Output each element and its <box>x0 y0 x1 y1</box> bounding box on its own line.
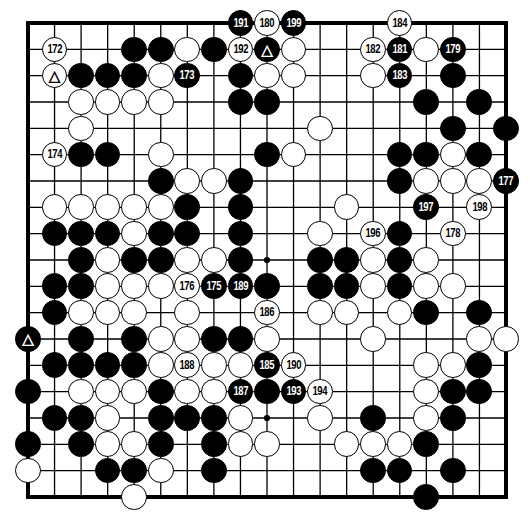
intersection-c2-r8[interactable] <box>41 194 68 220</box>
intersection-c14-r14[interactable] <box>360 352 387 378</box>
intersection-c4-r11[interactable] <box>94 273 121 299</box>
intersection-c13-r14[interactable] <box>333 352 360 378</box>
stone-black[interactable] <box>174 194 200 220</box>
intersection-c2-r2[interactable]: 172 <box>41 36 68 62</box>
intersection-c9-r15[interactable]: 187 <box>227 378 254 404</box>
stone-black[interactable] <box>228 221 254 247</box>
intersection-c3-r1[interactable] <box>68 10 95 36</box>
intersection-c1-r13[interactable]: △ <box>15 326 42 352</box>
stone-white-190[interactable]: 190 <box>281 352 307 378</box>
stone-white[interactable] <box>148 458 174 484</box>
intersection-c4-r19[interactable] <box>94 484 121 510</box>
intersection-c18-r18[interactable] <box>466 457 493 483</box>
intersection-c5-r11[interactable] <box>121 273 148 299</box>
intersection-c1-r5[interactable] <box>15 115 42 141</box>
stone-white[interactable] <box>440 352 466 378</box>
stone-black[interactable] <box>387 273 413 299</box>
intersection-c16-r7[interactable] <box>413 168 440 194</box>
stone-white[interactable] <box>360 326 386 352</box>
stone-black[interactable] <box>15 379 41 405</box>
stone-black[interactable] <box>413 300 439 326</box>
intersection-c7-r1[interactable] <box>174 10 201 36</box>
intersection-c7-r2[interactable] <box>174 36 201 62</box>
intersection-c10-r1[interactable]: 180 <box>254 10 281 36</box>
intersection-c10-r9[interactable] <box>254 220 281 246</box>
intersection-c1-r11[interactable] <box>15 273 42 299</box>
stone-white[interactable] <box>201 352 227 378</box>
intersection-c2-r18[interactable] <box>41 457 68 483</box>
intersection-c14-r7[interactable] <box>360 168 387 194</box>
stone-white[interactable] <box>493 326 519 352</box>
intersection-c19-r15[interactable] <box>493 378 520 404</box>
intersection-c5-r3[interactable] <box>121 62 148 88</box>
intersection-c2-r7[interactable] <box>41 168 68 194</box>
intersection-c19-r10[interactable] <box>493 247 520 273</box>
intersection-c12-r10[interactable] <box>307 247 334 273</box>
intersection-c1-r12[interactable] <box>15 299 42 325</box>
intersection-c18-r13[interactable] <box>466 326 493 352</box>
stone-black[interactable] <box>68 326 94 352</box>
intersection-c16-r17[interactable] <box>413 431 440 457</box>
intersection-c7-r7[interactable] <box>174 168 201 194</box>
stone-white[interactable] <box>413 247 439 273</box>
intersection-c19-r3[interactable] <box>493 62 520 88</box>
intersection-c10-r17[interactable] <box>254 431 281 457</box>
intersection-c17-r1[interactable] <box>439 10 466 36</box>
intersection-c9-r11[interactable]: 189 <box>227 273 254 299</box>
stone-black[interactable] <box>95 142 121 168</box>
stone-black-triangle[interactable]: △ <box>15 326 41 352</box>
stone-white[interactable] <box>95 194 121 220</box>
intersection-c6-r10[interactable] <box>147 247 174 273</box>
stone-black[interactable] <box>174 405 200 431</box>
intersection-c11-r9[interactable] <box>280 220 307 246</box>
stone-white[interactable] <box>307 221 333 247</box>
intersection-c14-r9[interactable]: 196 <box>360 220 387 246</box>
stone-black[interactable] <box>121 352 147 378</box>
intersection-c10-r2[interactable]: △ <box>254 36 281 62</box>
stone-white[interactable] <box>413 405 439 431</box>
intersection-c5-r5[interactable] <box>121 115 148 141</box>
intersection-c19-r12[interactable] <box>493 299 520 325</box>
intersection-c7-r11[interactable]: 176 <box>174 273 201 299</box>
intersection-c6-r9[interactable] <box>147 220 174 246</box>
stone-white[interactable] <box>413 379 439 405</box>
intersection-c1-r18[interactable] <box>15 457 42 483</box>
intersection-c13-r4[interactable] <box>333 89 360 115</box>
stone-white[interactable] <box>201 379 227 405</box>
stone-white-184[interactable]: 184 <box>387 10 413 36</box>
intersection-c3-r13[interactable] <box>68 326 95 352</box>
stone-white[interactable] <box>148 63 174 89</box>
intersection-c6-r15[interactable] <box>147 378 174 404</box>
intersection-c2-r6[interactable]: 174 <box>41 141 68 167</box>
intersection-c15-r19[interactable] <box>386 484 413 510</box>
stone-black[interactable] <box>148 247 174 273</box>
intersection-c15-r3[interactable]: 183 <box>386 62 413 88</box>
stone-white[interactable] <box>95 405 121 431</box>
stone-black[interactable] <box>121 458 147 484</box>
intersection-c6-r14[interactable] <box>147 352 174 378</box>
intersection-c2-r15[interactable] <box>41 378 68 404</box>
stone-white[interactable] <box>95 247 121 273</box>
stone-white[interactable] <box>42 194 68 220</box>
intersection-c11-r17[interactable] <box>280 431 307 457</box>
intersection-c9-r12[interactable] <box>227 299 254 325</box>
stone-black-193[interactable]: 193 <box>281 379 307 405</box>
intersection-c2-r9[interactable] <box>41 220 68 246</box>
intersection-c10-r10[interactable] <box>254 247 281 273</box>
intersection-c17-r5[interactable] <box>439 115 466 141</box>
stone-black[interactable] <box>68 63 94 89</box>
intersection-c12-r7[interactable] <box>307 168 334 194</box>
intersection-c17-r11[interactable] <box>439 273 466 299</box>
intersection-c7-r8[interactable] <box>174 194 201 220</box>
intersection-c13-r16[interactable] <box>333 405 360 431</box>
stone-black[interactable] <box>413 484 439 510</box>
intersection-c4-r14[interactable] <box>94 352 121 378</box>
intersection-c15-r1[interactable]: 184 <box>386 10 413 36</box>
stone-black[interactable] <box>228 194 254 220</box>
intersection-c12-r12[interactable] <box>307 299 334 325</box>
intersection-c12-r17[interactable] <box>307 431 334 457</box>
stone-black-183[interactable]: 183 <box>387 63 413 89</box>
intersection-c9-r13[interactable] <box>227 326 254 352</box>
intersection-c6-r18[interactable] <box>147 457 174 483</box>
intersection-c19-r9[interactable] <box>493 220 520 246</box>
intersection-c19-r17[interactable] <box>493 431 520 457</box>
intersection-c19-r1[interactable] <box>493 10 520 36</box>
stone-black[interactable] <box>201 405 227 431</box>
intersection-c4-r15[interactable] <box>94 378 121 404</box>
stone-black[interactable] <box>201 458 227 484</box>
intersection-c18-r10[interactable] <box>466 247 493 273</box>
stone-white[interactable] <box>281 63 307 89</box>
stone-white-triangle[interactable]: △ <box>42 63 68 89</box>
intersection-c15-r9[interactable] <box>386 220 413 246</box>
stone-black[interactable] <box>148 431 174 457</box>
intersection-c1-r16[interactable] <box>15 405 42 431</box>
intersection-c16-r19[interactable] <box>413 484 440 510</box>
intersection-c6-r4[interactable] <box>147 89 174 115</box>
stone-white[interactable] <box>95 273 121 299</box>
intersection-c19-r13[interactable] <box>493 326 520 352</box>
intersection-c7-r15[interactable] <box>174 378 201 404</box>
stone-white[interactable] <box>254 431 280 457</box>
stone-white[interactable] <box>201 168 227 194</box>
intersection-c11-r4[interactable] <box>280 89 307 115</box>
intersection-c4-r1[interactable] <box>94 10 121 36</box>
intersection-c8-r17[interactable] <box>201 431 228 457</box>
intersection-c12-r18[interactable] <box>307 457 334 483</box>
intersection-c2-r13[interactable] <box>41 326 68 352</box>
intersection-c9-r8[interactable] <box>227 194 254 220</box>
intersection-c4-r4[interactable] <box>94 89 121 115</box>
stone-white[interactable] <box>334 194 360 220</box>
intersection-c2-r19[interactable] <box>41 484 68 510</box>
intersection-c3-r15[interactable] <box>68 378 95 404</box>
stone-white[interactable] <box>174 37 200 63</box>
intersection-c9-r5[interactable] <box>227 115 254 141</box>
intersection-c11-r10[interactable] <box>280 247 307 273</box>
intersection-c1-r19[interactable] <box>15 484 42 510</box>
stone-white[interactable] <box>148 352 174 378</box>
stone-white[interactable] <box>174 379 200 405</box>
intersection-c18-r11[interactable] <box>466 273 493 299</box>
intersection-c15-r15[interactable] <box>386 378 413 404</box>
stone-black[interactable] <box>68 221 94 247</box>
intersection-c3-r14[interactable] <box>68 352 95 378</box>
stone-white-172[interactable]: 172 <box>42 37 68 63</box>
stone-white[interactable] <box>334 431 360 457</box>
intersection-c9-r4[interactable] <box>227 89 254 115</box>
intersection-c10-r5[interactable] <box>254 115 281 141</box>
intersection-c5-r19[interactable] <box>121 484 148 510</box>
intersection-c8-r1[interactable] <box>201 10 228 36</box>
stone-black[interactable] <box>228 168 254 194</box>
intersection-c9-r19[interactable] <box>227 484 254 510</box>
stone-white[interactable] <box>121 484 147 510</box>
intersection-c6-r13[interactable] <box>147 326 174 352</box>
stone-white[interactable] <box>254 326 280 352</box>
intersection-c19-r5[interactable] <box>493 115 520 141</box>
stone-black[interactable] <box>148 37 174 63</box>
stone-white[interactable] <box>387 431 413 457</box>
stone-black[interactable] <box>148 379 174 405</box>
intersection-c18-r1[interactable] <box>466 10 493 36</box>
stone-white[interactable] <box>281 142 307 168</box>
intersection-c13-r1[interactable] <box>333 10 360 36</box>
intersection-c14-r17[interactable] <box>360 431 387 457</box>
stone-black[interactable] <box>68 273 94 299</box>
stone-white[interactable] <box>413 37 439 63</box>
intersection-c19-r11[interactable] <box>493 273 520 299</box>
intersection-c5-r15[interactable] <box>121 378 148 404</box>
intersection-c3-r3[interactable] <box>68 62 95 88</box>
stone-white[interactable] <box>68 89 94 115</box>
intersection-c3-r10[interactable] <box>68 247 95 273</box>
intersection-c3-r4[interactable] <box>68 89 95 115</box>
intersection-c18-r6[interactable] <box>466 141 493 167</box>
intersection-c19-r16[interactable] <box>493 405 520 431</box>
intersection-c6-r8[interactable] <box>147 194 174 220</box>
stone-black[interactable] <box>42 352 68 378</box>
intersection-c15-r17[interactable] <box>386 431 413 457</box>
stone-white[interactable] <box>68 194 94 220</box>
intersection-c18-r17[interactable] <box>466 431 493 457</box>
intersection-c19-r2[interactable] <box>493 36 520 62</box>
stone-white[interactable] <box>228 405 254 431</box>
stone-white[interactable] <box>466 326 492 352</box>
intersection-c14-r2[interactable]: 182 <box>360 36 387 62</box>
intersection-c10-r18[interactable] <box>254 457 281 483</box>
intersection-c19-r7[interactable]: 177 <box>493 168 520 194</box>
stone-white[interactable] <box>387 300 413 326</box>
intersection-c14-r1[interactable] <box>360 10 387 36</box>
stone-white[interactable] <box>148 142 174 168</box>
stone-black[interactable] <box>15 431 41 457</box>
intersection-c16-r13[interactable] <box>413 326 440 352</box>
intersection-c13-r13[interactable] <box>333 326 360 352</box>
intersection-c15-r10[interactable] <box>386 247 413 273</box>
stone-black[interactable] <box>387 458 413 484</box>
stone-white-176[interactable]: 176 <box>174 273 200 299</box>
intersection-c9-r10[interactable] <box>227 247 254 273</box>
intersection-c8-r10[interactable] <box>201 247 228 273</box>
intersection-c9-r14[interactable] <box>227 352 254 378</box>
intersection-c3-r17[interactable] <box>68 431 95 457</box>
stone-white[interactable] <box>174 168 200 194</box>
intersection-c13-r2[interactable] <box>333 36 360 62</box>
intersection-c11-r14[interactable]: 190 <box>280 352 307 378</box>
intersection-c12-r5[interactable] <box>307 115 334 141</box>
intersection-c19-r4[interactable] <box>493 89 520 115</box>
intersection-c14-r6[interactable] <box>360 141 387 167</box>
intersection-c7-r6[interactable] <box>174 141 201 167</box>
intersection-c8-r5[interactable] <box>201 115 228 141</box>
intersection-c12-r6[interactable] <box>307 141 334 167</box>
intersection-c16-r11[interactable] <box>413 273 440 299</box>
stone-black[interactable] <box>68 247 94 273</box>
intersection-c5-r7[interactable] <box>121 168 148 194</box>
stone-white[interactable] <box>95 379 121 405</box>
stone-white[interactable] <box>440 168 466 194</box>
intersection-c7-r13[interactable] <box>174 326 201 352</box>
stone-white[interactable] <box>228 431 254 457</box>
stone-white[interactable] <box>174 300 200 326</box>
intersection-c11-r2[interactable] <box>280 36 307 62</box>
intersection-c19-r18[interactable] <box>493 457 520 483</box>
stone-black[interactable] <box>42 300 68 326</box>
stone-black[interactable] <box>466 142 492 168</box>
intersection-c2-r14[interactable] <box>41 352 68 378</box>
stone-black[interactable] <box>466 89 492 115</box>
intersection-c3-r9[interactable] <box>68 220 95 246</box>
stone-white-186[interactable]: 186 <box>254 300 280 326</box>
intersection-c10-r14[interactable]: 185 <box>254 352 281 378</box>
stone-black-197[interactable]: 197 <box>413 194 439 220</box>
intersection-c11-r8[interactable] <box>280 194 307 220</box>
intersection-c18-r15[interactable] <box>466 378 493 404</box>
intersection-c15-r14[interactable] <box>386 352 413 378</box>
intersection-c9-r18[interactable] <box>227 457 254 483</box>
intersection-c10-r4[interactable] <box>254 89 281 115</box>
intersection-c11-r16[interactable] <box>280 405 307 431</box>
stone-black[interactable] <box>228 326 254 352</box>
stone-white-182[interactable]: 182 <box>360 37 386 63</box>
intersection-c11-r6[interactable] <box>280 141 307 167</box>
stone-black[interactable] <box>95 63 121 89</box>
intersection-c8-r18[interactable] <box>201 457 228 483</box>
intersection-c18-r19[interactable] <box>466 484 493 510</box>
stone-black-187[interactable]: 187 <box>228 379 254 405</box>
intersection-c16-r4[interactable] <box>413 89 440 115</box>
intersection-c16-r1[interactable] <box>413 10 440 36</box>
intersection-c5-r2[interactable] <box>121 36 148 62</box>
intersection-c5-r13[interactable] <box>121 326 148 352</box>
intersection-c5-r16[interactable] <box>121 405 148 431</box>
intersection-c12-r1[interactable] <box>307 10 334 36</box>
stone-black[interactable] <box>148 221 174 247</box>
stone-white[interactable] <box>174 326 200 352</box>
stone-black[interactable] <box>95 352 121 378</box>
intersection-c6-r5[interactable] <box>147 115 174 141</box>
stone-black[interactable] <box>466 300 492 326</box>
stone-black[interactable] <box>413 89 439 115</box>
intersection-c3-r7[interactable] <box>68 168 95 194</box>
intersection-c9-r9[interactable] <box>227 220 254 246</box>
intersection-c17-r3[interactable] <box>439 62 466 88</box>
stone-white[interactable] <box>148 326 174 352</box>
intersection-c16-r2[interactable] <box>413 36 440 62</box>
intersection-c9-r3[interactable] <box>227 62 254 88</box>
stone-black-179[interactable]: 179 <box>440 37 466 63</box>
stone-white-198[interactable]: 198 <box>466 194 492 220</box>
stone-black[interactable] <box>360 405 386 431</box>
intersection-c17-r9[interactable]: 178 <box>439 220 466 246</box>
stone-black[interactable] <box>387 168 413 194</box>
intersection-c16-r14[interactable] <box>413 352 440 378</box>
intersection-c8-r6[interactable] <box>201 141 228 167</box>
intersection-c11-r13[interactable] <box>280 326 307 352</box>
intersection-c6-r2[interactable] <box>147 36 174 62</box>
intersection-c12-r11[interactable] <box>307 273 334 299</box>
intersection-c5-r17[interactable] <box>121 431 148 457</box>
stone-white[interactable] <box>121 221 147 247</box>
intersection-c1-r9[interactable] <box>15 220 42 246</box>
intersection-c3-r5[interactable] <box>68 115 95 141</box>
intersection-c8-r12[interactable] <box>201 299 228 325</box>
stone-white[interactable] <box>121 273 147 299</box>
intersection-c2-r10[interactable] <box>41 247 68 273</box>
intersection-c6-r19[interactable] <box>147 484 174 510</box>
intersection-c17-r14[interactable] <box>439 352 466 378</box>
stone-black[interactable] <box>493 116 519 142</box>
intersection-c1-r2[interactable] <box>15 36 42 62</box>
stone-black[interactable] <box>413 142 439 168</box>
stone-white[interactable] <box>254 63 280 89</box>
stone-black[interactable] <box>68 405 94 431</box>
stone-black-185[interactable]: 185 <box>254 352 280 378</box>
stone-black[interactable] <box>68 431 94 457</box>
intersection-c17-r2[interactable]: 179 <box>439 36 466 62</box>
intersection-c8-r4[interactable] <box>201 89 228 115</box>
intersection-c3-r19[interactable] <box>68 484 95 510</box>
intersection-c6-r12[interactable] <box>147 299 174 325</box>
stone-black-175[interactable]: 175 <box>201 273 227 299</box>
stone-black[interactable] <box>201 326 227 352</box>
intersection-c10-r11[interactable] <box>254 273 281 299</box>
intersection-c11-r11[interactable] <box>280 273 307 299</box>
intersection-c16-r16[interactable] <box>413 405 440 431</box>
stone-white[interactable] <box>174 247 200 273</box>
stone-white[interactable] <box>148 194 174 220</box>
intersection-c4-r3[interactable] <box>94 62 121 88</box>
stone-black-189[interactable]: 189 <box>228 273 254 299</box>
stone-black[interactable] <box>387 247 413 273</box>
intersection-c2-r4[interactable] <box>41 89 68 115</box>
intersection-c8-r19[interactable] <box>201 484 228 510</box>
intersection-c1-r17[interactable] <box>15 431 42 457</box>
intersection-c17-r4[interactable] <box>439 89 466 115</box>
stone-white[interactable] <box>281 37 307 63</box>
stone-white[interactable] <box>95 89 121 115</box>
intersection-c8-r11[interactable]: 175 <box>201 273 228 299</box>
intersection-c5-r12[interactable] <box>121 299 148 325</box>
stone-white-174[interactable]: 174 <box>42 142 68 168</box>
intersection-c8-r14[interactable] <box>201 352 228 378</box>
intersection-c14-r3[interactable] <box>360 62 387 88</box>
